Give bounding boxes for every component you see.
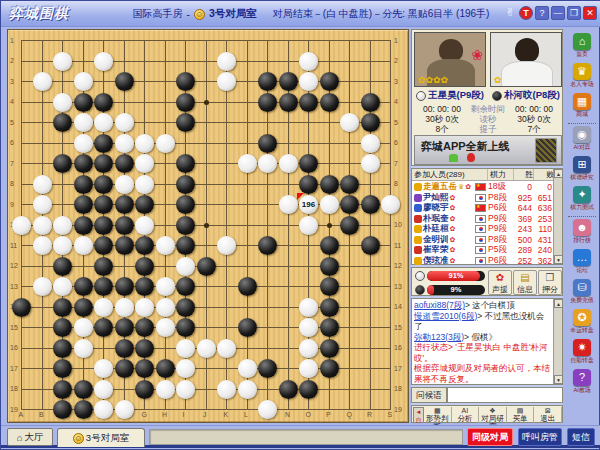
sidebar-item-棋谱研究[interactable]: ⊞棋谱研究 [566,156,598,186]
white-stone [279,195,298,214]
black-stone [94,236,113,255]
black-stone [279,72,298,91]
white-stone [238,154,257,173]
participant-row[interactable]: 尹灿熙✿P8段925651 [412,193,554,204]
black-stone [94,216,113,235]
row-label-left: 15 [10,324,18,331]
black-stone [340,216,359,235]
black-stone [279,93,298,112]
商城-icon: ▦ [573,93,591,110]
participant-wins: 289 [512,245,532,255]
white-stone [33,216,52,235]
black-stone [53,113,72,132]
smiley-icon: ☺ [73,433,84,444]
column-label: H [162,411,167,418]
participant-rank: P6段 [486,203,512,214]
taskbar-button-短信[interactable]: 短信 [567,428,595,446]
white-stone [74,339,93,358]
black-stone [320,236,339,255]
white-stone [53,216,72,235]
chat-line: 根据弈城规则及对局者的认可，本结果将不再反复。 [414,363,552,384]
row-label-right: 18 [394,385,402,392]
black-stone [258,359,277,378]
black-stone [74,175,93,194]
task-bar: ⌂ 大厅 ☺ 3号对局室 同级对局呼叫房管短信退出 [1,425,600,448]
column-label: B [39,411,44,418]
row-label-left: 8 [10,180,14,187]
column-label: L [244,411,248,418]
column-label: N [285,411,290,418]
crown-icon: ♛ [458,183,464,191]
black-stone [74,216,93,235]
black-stone [94,257,113,276]
white-stone [74,236,93,255]
sidebar-divider [568,123,596,124]
black-stone [176,93,195,112]
icon-sidebar: ⌂首页♛名人专场▦商城◉AI对弈⊞棋谱研究✦棋力测试☻排行榜…论坛⛁免费充值✪幸… [565,29,599,423]
participant-rank: P8段 [486,193,512,204]
participant-wins: 369 [512,214,532,224]
white-stone-icon [415,271,425,281]
sidebar-item-label: 幸运转盘 [568,326,597,334]
column-label: G [142,411,147,418]
black-stone [238,277,257,296]
white-stone [94,380,113,399]
row-label-right: 1 [394,37,398,44]
white-stone [53,52,72,71]
black-stone-icon [492,91,502,101]
sidebar-item-label: 棋谱研究 [568,173,597,181]
chat-line: 弥勒123(3段)> 假棋》 [414,332,552,343]
app-window: 弈城围棋 国际高手房 - ☺ 3号对局室 对局结束－(白 中盘胜)－分先: 黑贴… [0,0,600,450]
participant-wins: 500 [512,235,532,245]
smiley-icon: ☺ [194,9,205,20]
participants-scrollbar[interactable]: ▲ ▼ [553,169,562,264]
participant-row[interactable]: 崔宰荣✿P5段289240 [412,245,554,256]
black-stone [340,175,359,194]
sidebar-item-商城[interactable]: ▦商城 [566,93,598,123]
white-player-name-row: 王星昊(P9段) [416,89,488,102]
sidebar-item-论坛[interactable]: …论坛 [566,249,598,279]
sidebar-item-名人专场[interactable]: ♛名人专场 [566,63,598,93]
black-stone [176,113,195,132]
white-stone [33,195,52,214]
black-stone [176,318,195,337]
taskbar-button-呼叫房管[interactable]: 呼叫房管 [518,428,562,446]
participant-name: 朴廷桓 [423,224,449,235]
last-move-marker-icon [297,193,304,200]
棋力测试-icon: ✦ [573,186,591,203]
rose-icon: ✿ [494,76,502,85]
chat-messages: aofuxi88(7段)> 这个白棋顶慢逝雪2010(6段)> 不过黑也没机会了… [414,300,552,385]
chat-username[interactable]: 弥勒123(3段) [414,332,464,342]
sidebar-item-棋力测试[interactable]: ✦棋力测试 [566,186,598,216]
toolbar-button-形势判断[interactable]: ▦形势判断 [424,407,452,423]
white-stone [217,236,236,255]
white-player-photo: ✿✿✿✿ ❀ [414,32,486,87]
goban[interactable]: ABCDEFGHIJKLMNOPQRS112233445566778899101… [7,29,409,423]
participant-row[interactable]: 走遍五岳♛✿18级00 [412,182,554,193]
black-stone [258,134,277,153]
scroll-up-icon[interactable]: ▲ [554,299,563,308]
row-label-left: 9 [10,201,14,208]
black-stone [299,175,318,194]
scroll-down-icon[interactable]: ▼ [554,255,563,264]
taskbar-button-同级对局[interactable]: 同级对局 [467,428,513,446]
room-toolbar: ◄自 ▦形势判断AI分析❖对局研究▤买单⊠退出 [411,405,563,423]
room-tab[interactable]: ☺ 3号对局室 [57,428,145,447]
column-label: O [306,411,311,418]
toolbar-button-对局研究[interactable]: ❖对局研究 [479,407,507,423]
row-label-left: 13 [10,283,18,290]
black-bet-row: 9% [415,284,485,295]
棋谱研究-icon: ⊞ [573,156,591,173]
white-stone [156,277,175,296]
bet-button-icon: ▤ [514,271,536,284]
black-stone [176,236,195,255]
white-stone [299,52,318,71]
column-label: Q [347,411,352,418]
participant-wins: 252 [512,256,532,266]
participants-header: 参加人员(289) 棋力 胜 败 [412,169,554,181]
app-logo: 弈城围棋 [9,5,69,23]
participant-rank: P5段 [486,245,512,256]
black-stone [176,72,195,91]
thumbs-up-icon [414,194,422,202]
column-label: J [203,411,207,418]
row-label-left: 4 [10,98,14,105]
white-stone [299,318,318,337]
white-stone [156,134,175,153]
white-bet-row: 91% [415,270,485,281]
black-stone [94,318,113,337]
black-stone [115,277,134,296]
chat-scrollbar[interactable]: ▲ ▼ [553,299,562,384]
lobby-button[interactable]: ⌂ 大厅 [7,428,53,446]
participant-name: 金明训 [423,235,449,246]
black-stone [115,72,134,91]
sidebar-item-label: 排行榜 [568,236,597,244]
participant-rank: P8段 [486,235,512,246]
apple-icon [467,153,475,162]
row-label-right: 8 [394,180,398,187]
sidebar-item-label: 自助转盘 [568,356,597,364]
black-stone [74,93,93,112]
black-stone [135,236,154,255]
sidebar-item-排行榜[interactable]: ☻排行榜 [566,219,598,249]
flag-icon-cn [475,183,486,191]
column-label: I [183,411,185,418]
participant-losses: 431 [532,235,552,245]
row-label-right: 17 [394,365,402,372]
white-stone [94,113,113,132]
row-label-right: 2 [394,57,398,64]
row-label-left: 11 [10,242,17,249]
white-stone [135,134,154,153]
window-controls: ✌ T ? — ❐ ✕ [503,6,597,20]
banner-text: 弈城APP全新上线 [421,139,510,154]
black-stone [74,298,93,317]
chat-input[interactable] [447,387,563,403]
black-stone [320,175,339,194]
white-stone [94,52,113,71]
white-bet-bar: 91% [427,271,485,281]
row-label-left: 18 [10,385,18,392]
close-button[interactable]: ✕ [583,6,597,20]
sidebar-divider [568,216,596,217]
white-stone [299,359,318,378]
white-stone [135,175,154,194]
row-label-left: 1 [10,37,14,44]
black-stone [176,154,195,173]
rose-icon: ✿✿✿✿ [418,76,448,85]
participant-name: 朴珉奎 [423,214,449,225]
room-name: 国际高手房 [133,7,183,21]
players-box: ✿✿✿✿ ❀ ✿ 王星昊(P9段) 朴河旼(P8段) 00: 00: 00 30… [411,29,563,166]
participant-row[interactable]: 廖晓宇✿P6段644636 [412,203,554,214]
black-stone [176,216,195,235]
black-stone [320,339,339,358]
thumbs-up-icon [414,236,422,244]
row-label-right: 7 [394,160,398,167]
participant-rank: 18级 [486,182,512,193]
scroll-down-icon[interactable]: ▼ [554,375,563,384]
black-stone [176,277,195,296]
help-icon[interactable]: ? [535,6,549,20]
thumbs-up-icon [414,246,422,254]
toolbar-button-label: 分析 [452,415,479,423]
sidebar-item-首页[interactable]: ⌂首页 [566,33,598,63]
participant-rank: P6段 [486,256,512,267]
flower-icon: ✿ [450,204,456,212]
star-point [204,100,209,105]
幸运转盘-icon: ✪ [573,309,591,326]
black-stone [238,318,257,337]
sidebar-item-AI教场[interactable]: ?AI教场 [566,369,598,399]
white-stone [53,277,72,296]
black-stone [176,175,195,194]
black-stone [12,298,31,317]
black-time: 00: 00: 00 [506,104,562,114]
sidebar-item-自助转盘[interactable]: ✷自助转盘 [566,339,598,369]
row-label-left: 16 [10,344,18,351]
white-stone [94,359,113,378]
flag-icon-kr [475,194,486,202]
white-player-name: 王星昊(P9段) [428,89,484,102]
toolbar-button-买单[interactable]: ▤买单 [507,407,535,423]
toolbar-button-label: 买单 [507,415,534,423]
black-stone [74,154,93,173]
black-player-name-row: 朴河旼(P8段) [492,89,562,102]
white-stone [156,298,175,317]
white-stone [135,298,154,317]
row-label-right: 15 [394,324,402,331]
flower-icon: ✿ [450,194,456,202]
participant-row[interactable]: 朴廷桓✿P9段243110 [412,224,554,235]
app-banner[interactable]: 弈城APP全新上线 [414,135,562,165]
black-stone [94,134,113,153]
toolbar-button-label: 退出 [534,415,561,423]
participant-losses: 253 [532,214,552,224]
black-stone [320,72,339,91]
toolbar-button-退出[interactable]: ⊠退出 [534,407,562,423]
white-stone-icon [416,91,426,101]
bet-button-押分[interactable]: ❒押分 [538,270,562,295]
thumbs-up-icon [414,225,422,233]
greeting-tab[interactable]: 问候语 [411,387,447,403]
名人专场-icon: ♛ [573,63,591,80]
row-label-left: 2 [10,57,14,64]
排行榜-icon: ☻ [573,219,591,236]
flag-icon-kr [475,236,486,244]
header-people: 参加人员(289) [412,169,488,180]
participant-losses: 651 [532,193,552,203]
black-stone [94,277,113,296]
participant-row[interactable]: 偰玹准✿P6段252362 [412,256,554,267]
participant-losses: 240 [532,245,552,255]
column-label: S [388,411,393,418]
white-stone [12,216,31,235]
participant-losses: 636 [532,203,552,213]
black-stone [135,257,154,276]
red-rose-icon: ❀ [471,51,483,60]
首页-icon: ⌂ [573,33,591,50]
row-label-left: 17 [10,365,18,372]
row-label-left: 6 [10,139,14,146]
black-stone [320,298,339,317]
black-stone [361,93,380,112]
white-bet-percent: 91% [427,271,485,281]
black-stone [361,195,380,214]
row-label-right: 16 [394,344,402,351]
participant-losses: 0 [532,182,552,192]
title-separator: - [187,9,190,20]
black-stone [197,257,216,276]
column-label: P [326,411,331,418]
white-stone [176,339,195,358]
flower-icon: ✿ [450,257,456,265]
hand-icon[interactable]: ✌ [503,6,517,20]
flag-icon-kr [475,225,486,233]
black-stone [53,380,72,399]
row-label-right: 14 [394,303,402,310]
white-stone [238,359,257,378]
white-stone [217,339,236,358]
white-stone [74,134,93,153]
game-result-status: 对局结束－(白 中盘胜)－分先: 黑贴6目半 (196手) [273,7,490,21]
black-stone [299,93,318,112]
flag-icon-cn [475,204,486,212]
chat-username[interactable]: aofuxi88(7段) [414,300,465,310]
participant-rank: P9段 [486,214,512,225]
thumbs-up-icon [414,204,422,212]
participant-name: 偰玹准 [423,256,449,267]
flower-icon: ✿ [450,236,456,244]
white-stone [94,298,113,317]
black-stone [135,318,154,337]
black-stone [258,93,277,112]
maximize-button[interactable]: ❐ [567,6,581,20]
black-stone [115,154,134,173]
row-label-left: 7 [10,160,14,167]
black-stone [94,154,113,173]
sidebar-item-AI对弈[interactable]: ◉AI对弈 [566,126,598,156]
white-stone [361,134,380,153]
white-stone [299,216,318,235]
black-stone [53,154,72,173]
black-stone [74,400,93,419]
table-name: 3号对局室 [209,7,257,21]
black-stone [320,318,339,337]
black-stone [135,380,154,399]
participant-row[interactable]: 金明训✿P8段500431 [412,235,554,246]
bet-button-声援[interactable]: ✿声援 [488,270,512,295]
flag-icon-kr [475,215,486,223]
star-point [327,223,332,228]
black-stone [53,318,72,337]
translate-icon[interactable]: T [519,6,533,20]
toolbar-button-分析[interactable]: AI分析 [452,407,480,423]
participant-rank: P9段 [486,224,512,235]
bet-button-label: 押分 [539,284,561,295]
white-stone [217,52,236,71]
android-icon [449,154,458,162]
white-stone [33,175,52,194]
bet-button-信息[interactable]: ▤信息 [513,270,537,295]
black-stone [115,195,134,214]
black-stone [135,277,154,296]
participant-row[interactable]: 朴珉奎✿P9段369253 [412,214,554,225]
white-stone [135,216,154,235]
black-stone [135,195,154,214]
scroll-up-icon[interactable]: ▲ [554,169,563,178]
sidebar-item-免费充值[interactable]: ⛁免费充值 [566,279,598,309]
black-stone [115,359,134,378]
header-rank: 棋力 [488,169,514,180]
title-bar: 弈城围棋 国际高手房 - ☺ 3号对局室 对局结束－(白 中盘胜)－分先: 黑贴… [1,1,600,27]
sidebar-item-label: 免费充值 [568,296,597,304]
white-stone [115,175,134,194]
chat-line: 进行状态> '王星昊'执白 中盘胜'朴河旼'。 [414,342,552,363]
black-player-name: 朴河旼(P8段) [504,89,560,102]
black-stone [258,236,277,255]
row-label-left: 12 [10,262,18,269]
thumbs-up-icon [414,215,422,223]
sidebar-item-label: 商城 [568,110,597,118]
sidebar-item-幸运转盘[interactable]: ✪幸运转盘 [566,309,598,339]
minimize-button[interactable]: — [551,6,565,20]
chat-username[interactable]: 慢逝雪2010(6段) [414,311,477,321]
participant-wins: 0 [512,182,532,192]
auto-toggle-button[interactable]: ◄自 [413,407,424,423]
row-label-right: 11 [394,242,401,249]
white-stone [33,72,52,91]
自助转盘-icon: ✷ [573,339,591,356]
chat-box: aofuxi88(7段)> 这个白棋顶慢逝雪2010(6段)> 不过黑也没机会了… [411,298,563,385]
black-stone [94,195,113,214]
black-stone [176,195,195,214]
white-stone [299,72,318,91]
chat-line: ** 【举豪】bet-0054对3号对局室声援，由球8,000。 ** [414,384,552,385]
white-stone [217,72,236,91]
white-stone [115,298,134,317]
flower-icon: ✿ [450,246,456,254]
white-stone [320,195,339,214]
black-stone [115,339,134,358]
sidebar-item-label: 首页 [568,50,597,58]
white-stone [299,298,318,317]
thumbs-up-icon [414,183,422,191]
